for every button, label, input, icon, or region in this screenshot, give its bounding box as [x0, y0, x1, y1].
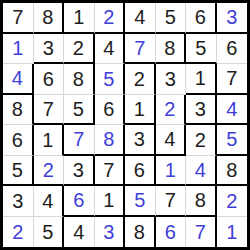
grid-cell-r8c6[interactable]: 6 [156, 217, 187, 248]
grid-cell-r7c1[interactable]: 3 [3, 186, 34, 217]
grid-cell-r2c7[interactable]: 5 [186, 34, 217, 65]
grid-cell-r1c6[interactable]: 5 [156, 3, 187, 34]
grid-cell-r3c2[interactable]: 6 [34, 64, 65, 95]
grid-cell-r2c3[interactable]: 2 [64, 34, 95, 65]
grid-cell-r2c1[interactable]: 1 [3, 34, 34, 65]
grid-cell-r1c2[interactable]: 8 [34, 3, 65, 34]
grid-cell-r8c5[interactable]: 8 [125, 217, 156, 248]
grid-cell-r4c6[interactable]: 2 [156, 95, 187, 126]
grid-cell-r4c3[interactable]: 5 [64, 95, 95, 126]
grid-cell-r6c2[interactable]: 2 [34, 156, 65, 187]
grid-cell-r5c6[interactable]: 4 [156, 125, 187, 156]
grid-cell-r5c5[interactable]: 3 [125, 125, 156, 156]
grid-cell-r8c7[interactable]: 7 [186, 217, 217, 248]
grid-cell-r1c8[interactable]: 3 [217, 3, 248, 34]
grid-cell-r6c5[interactable]: 6 [125, 156, 156, 187]
grid-cell-r3c3[interactable]: 8 [64, 64, 95, 95]
grid-cell-r3c7[interactable]: 1 [186, 64, 217, 95]
grid-cell-r8c8[interactable]: 1 [217, 217, 248, 248]
grid-cell-r4c7[interactable]: 3 [186, 95, 217, 126]
grid-cell-r2c6[interactable]: 8 [156, 34, 187, 65]
grid-cell-r1c4[interactable]: 2 [95, 3, 126, 34]
grid-cell-r7c2[interactable]: 4 [34, 186, 65, 217]
grid-cell-r7c8[interactable]: 2 [217, 186, 248, 217]
grid-cell-r6c6[interactable]: 1 [156, 156, 187, 187]
grid-cell-r7c7[interactable]: 8 [186, 186, 217, 217]
grid-cell-r1c7[interactable]: 6 [186, 3, 217, 34]
grid-cell-r3c8[interactable]: 7 [217, 64, 248, 95]
grid-cell-r1c5[interactable]: 4 [125, 3, 156, 34]
grid-cell-r8c1[interactable]: 2 [3, 217, 34, 248]
grid-cell-r5c7[interactable]: 2 [186, 125, 217, 156]
grid-cell-r6c8[interactable]: 8 [217, 156, 248, 187]
grid-cell-r3c1[interactable]: 4 [3, 64, 34, 95]
grid-cell-r6c7[interactable]: 4 [186, 156, 217, 187]
grid-cell-r5c8[interactable]: 5 [217, 125, 248, 156]
puzzle-board: 7812456313247856468523178756123461783425… [0, 0, 250, 250]
grid-cell-r4c2[interactable]: 7 [34, 95, 65, 126]
grid-cell-r5c4[interactable]: 8 [95, 125, 126, 156]
grid-cell-r4c4[interactable]: 6 [95, 95, 126, 126]
grid-cell-r3c4[interactable]: 5 [95, 64, 126, 95]
grid-cell-r5c1[interactable]: 6 [3, 125, 34, 156]
grid-cell-r4c8[interactable]: 4 [217, 95, 248, 126]
grid-cell-r7c4[interactable]: 1 [95, 186, 126, 217]
grid-cell-r7c3[interactable]: 6 [64, 186, 95, 217]
grid-cell-r8c2[interactable]: 5 [34, 217, 65, 248]
grid-cell-r5c3[interactable]: 7 [64, 125, 95, 156]
grid-cell-r1c3[interactable]: 1 [64, 3, 95, 34]
grid-cell-r3c6[interactable]: 3 [156, 64, 187, 95]
grid-cell-r2c5[interactable]: 7 [125, 34, 156, 65]
grid-cell-r6c4[interactable]: 7 [95, 156, 126, 187]
grid-cell-r6c3[interactable]: 3 [64, 156, 95, 187]
grid-cell-r3c5[interactable]: 2 [125, 64, 156, 95]
grid-cell-r2c8[interactable]: 6 [217, 34, 248, 65]
grid-cell-r8c4[interactable]: 3 [95, 217, 126, 248]
grid-cell-r2c4[interactable]: 4 [95, 34, 126, 65]
grid-cell-r8c3[interactable]: 4 [64, 217, 95, 248]
grid-cell-r7c6[interactable]: 7 [156, 186, 187, 217]
grid-cell-r4c1[interactable]: 8 [3, 95, 34, 126]
grid-cell-r5c2[interactable]: 1 [34, 125, 65, 156]
grid-cell-r6c1[interactable]: 5 [3, 156, 34, 187]
grid-cell-r7c5[interactable]: 5 [125, 186, 156, 217]
grid-cell-r1c1[interactable]: 7 [3, 3, 34, 34]
grid-cell-r2c2[interactable]: 3 [34, 34, 65, 65]
grid-cell-r4c5[interactable]: 1 [125, 95, 156, 126]
